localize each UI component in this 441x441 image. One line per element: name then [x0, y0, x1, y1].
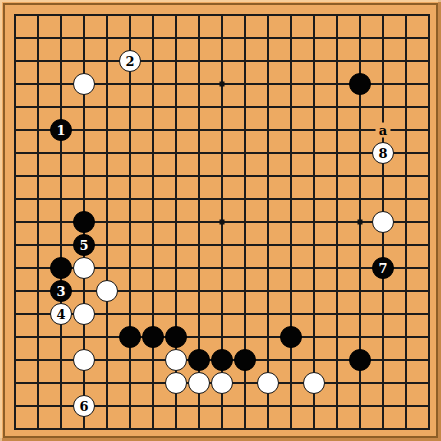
- stone-black-move-5[interactable]: 5: [73, 234, 95, 256]
- stone-white-move-6[interactable]: 6: [73, 395, 95, 417]
- stone-white[interactable]: [257, 372, 279, 394]
- stone-white[interactable]: [211, 372, 233, 394]
- star-point: [358, 220, 363, 225]
- stone-white-move-2[interactable]: 2: [119, 50, 141, 72]
- stone-white[interactable]: [73, 349, 95, 371]
- stone-black[interactable]: [234, 349, 256, 371]
- stone-black-move-7[interactable]: 7: [372, 257, 394, 279]
- goban[interactable]: 21857346a: [0, 0, 441, 441]
- stone-black[interactable]: [142, 326, 164, 348]
- star-point: [220, 82, 225, 87]
- stone-white[interactable]: [303, 372, 325, 394]
- stone-black-move-1[interactable]: 1: [50, 119, 72, 141]
- stone-black[interactable]: [349, 73, 371, 95]
- stone-white[interactable]: [73, 73, 95, 95]
- stone-white-move-8[interactable]: 8: [372, 142, 394, 164]
- stone-black[interactable]: [165, 326, 187, 348]
- board-label-a: a: [376, 123, 391, 138]
- stone-white[interactable]: [372, 211, 394, 233]
- stone-white-move-4[interactable]: 4: [50, 303, 72, 325]
- stone-white[interactable]: [165, 349, 187, 371]
- stone-black[interactable]: [73, 211, 95, 233]
- stone-white[interactable]: [96, 280, 118, 302]
- stone-black[interactable]: [119, 326, 141, 348]
- stone-black[interactable]: [50, 257, 72, 279]
- stone-white[interactable]: [188, 372, 210, 394]
- stone-black-move-3[interactable]: 3: [50, 280, 72, 302]
- star-point: [220, 220, 225, 225]
- stone-black[interactable]: [349, 349, 371, 371]
- stone-white[interactable]: [73, 303, 95, 325]
- stone-black[interactable]: [280, 326, 302, 348]
- stone-black[interactable]: [211, 349, 233, 371]
- stone-white[interactable]: [73, 257, 95, 279]
- stone-black[interactable]: [188, 349, 210, 371]
- stone-white[interactable]: [165, 372, 187, 394]
